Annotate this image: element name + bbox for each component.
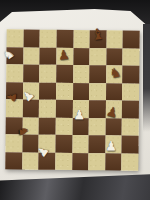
square-c3[interactable]: [39, 117, 56, 135]
table-surface-top: [0, 0, 150, 30]
square-e7[interactable]: [73, 48, 90, 66]
square-a1[interactable]: [5, 152, 22, 170]
square-e6[interactable]: [73, 65, 90, 83]
square-c5[interactable]: [39, 82, 56, 100]
square-e5[interactable]: [73, 83, 90, 101]
square-a6[interactable]: [6, 64, 23, 82]
square-d5[interactable]: [56, 82, 73, 100]
table-surface-right: [143, 24, 150, 132]
square-b6[interactable]: [23, 64, 40, 82]
square-g5[interactable]: [106, 83, 123, 101]
square-h6[interactable]: [123, 66, 140, 84]
piece-white-pawn-f2[interactable]: ♟: [103, 137, 120, 155]
square-g1[interactable]: [105, 153, 122, 171]
square-e1[interactable]: [72, 152, 89, 170]
square-f1[interactable]: [88, 153, 105, 171]
square-f6[interactable]: [89, 65, 106, 83]
square-f7[interactable]: [89, 48, 106, 66]
piece-white-pawn-e4[interactable]: ♟: [71, 106, 88, 124]
square-d6[interactable]: [56, 65, 73, 83]
table-surface-bottom: [0, 172, 150, 200]
piece-black-pawn-d7[interactable]: ♟: [55, 45, 73, 64]
square-h2[interactable]: [122, 136, 139, 154]
square-d3[interactable]: [56, 117, 73, 135]
square-h5[interactable]: [122, 83, 139, 101]
square-h1[interactable]: [122, 153, 139, 171]
square-c4[interactable]: [39, 100, 56, 118]
square-e8[interactable]: [73, 30, 90, 48]
square-f5[interactable]: [89, 83, 106, 101]
square-d2[interactable]: [55, 135, 72, 153]
square-b8[interactable]: [23, 29, 40, 47]
square-h4[interactable]: [122, 101, 139, 119]
square-e2[interactable]: [72, 135, 89, 153]
square-c6[interactable]: [39, 65, 56, 83]
square-h8[interactable]: [123, 31, 140, 49]
piece-black-bishop-f8[interactable]: ♝: [89, 25, 108, 44]
piece-black-knight-g6[interactable]: ♞: [105, 63, 125, 83]
scene: ♝♞♟♞♟♟♟♟♞♟♟: [0, 0, 150, 200]
square-d4[interactable]: [56, 100, 73, 118]
square-f3[interactable]: [89, 118, 106, 136]
square-h7[interactable]: [123, 48, 140, 66]
square-c8[interactable]: [40, 30, 57, 48]
square-c7[interactable]: [40, 47, 57, 65]
piece-black-knight-a3[interactable]: ♞: [15, 122, 34, 140]
square-d1[interactable]: [55, 152, 72, 170]
square-g8[interactable]: [106, 30, 123, 48]
square-b7[interactable]: [23, 47, 40, 65]
square-h3[interactable]: [122, 118, 139, 136]
